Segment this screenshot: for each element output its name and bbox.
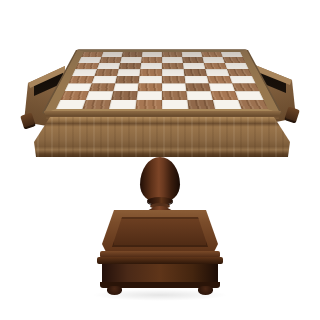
board-square[interactable] xyxy=(68,76,94,83)
board-square[interactable] xyxy=(204,63,227,69)
board-square[interactable] xyxy=(117,69,140,76)
board-square[interactable] xyxy=(137,91,162,100)
board-square[interactable] xyxy=(115,76,139,83)
board-square[interactable] xyxy=(235,91,264,100)
chessboard-grid xyxy=(56,52,268,110)
board-square[interactable] xyxy=(122,52,143,57)
board-square[interactable] xyxy=(213,100,242,109)
board-square[interactable] xyxy=(185,76,209,83)
table-apron xyxy=(30,117,292,158)
board-square[interactable] xyxy=(182,57,204,63)
board-square[interactable] xyxy=(113,83,138,91)
board-square[interactable] xyxy=(211,91,239,100)
board-square[interactable] xyxy=(187,100,215,109)
board-square[interactable] xyxy=(207,76,232,83)
board-square[interactable] xyxy=(82,100,111,109)
board-square[interactable] xyxy=(111,91,137,100)
board-square[interactable] xyxy=(209,83,235,91)
board-square[interactable] xyxy=(65,83,92,91)
board-square[interactable] xyxy=(162,91,187,100)
base-foot-right xyxy=(198,286,213,295)
board-square[interactable] xyxy=(56,100,86,109)
base-plinth-face xyxy=(102,264,218,283)
board-square[interactable] xyxy=(238,100,268,109)
board-square[interactable] xyxy=(186,91,212,100)
board-square[interactable] xyxy=(138,83,162,91)
board-square[interactable] xyxy=(72,69,97,76)
base-molding-widest xyxy=(97,257,223,264)
board-square[interactable] xyxy=(162,100,189,109)
board-square[interactable] xyxy=(81,52,103,57)
board-square[interactable] xyxy=(162,76,185,83)
board-square[interactable] xyxy=(92,76,117,83)
board-square[interactable] xyxy=(119,63,141,69)
right-drawer-knob[interactable] xyxy=(284,106,300,123)
board-square[interactable] xyxy=(227,69,252,76)
board-square[interactable] xyxy=(86,91,114,100)
board-square[interactable] xyxy=(89,83,115,91)
product-photo-stage xyxy=(0,0,320,320)
board-square[interactable] xyxy=(139,76,162,83)
board-square[interactable] xyxy=(201,52,223,57)
board-square[interactable] xyxy=(141,57,162,63)
base-foot-left xyxy=(107,286,122,295)
board-square[interactable] xyxy=(205,69,229,76)
board-square[interactable] xyxy=(75,63,99,69)
board-square[interactable] xyxy=(109,100,137,109)
base-top-panel xyxy=(112,217,208,247)
board-square[interactable] xyxy=(162,69,185,76)
board-square[interactable] xyxy=(94,69,118,76)
board-square[interactable] xyxy=(139,69,162,76)
board-square[interactable] xyxy=(230,76,256,83)
board-square[interactable] xyxy=(185,83,210,91)
base-top-surface xyxy=(102,210,218,252)
board-square[interactable] xyxy=(60,91,89,100)
board-square[interactable] xyxy=(135,100,162,109)
chessboard xyxy=(44,50,280,113)
board-square[interactable] xyxy=(232,83,259,91)
board-square[interactable] xyxy=(184,69,207,76)
board-square[interactable] xyxy=(162,83,186,91)
